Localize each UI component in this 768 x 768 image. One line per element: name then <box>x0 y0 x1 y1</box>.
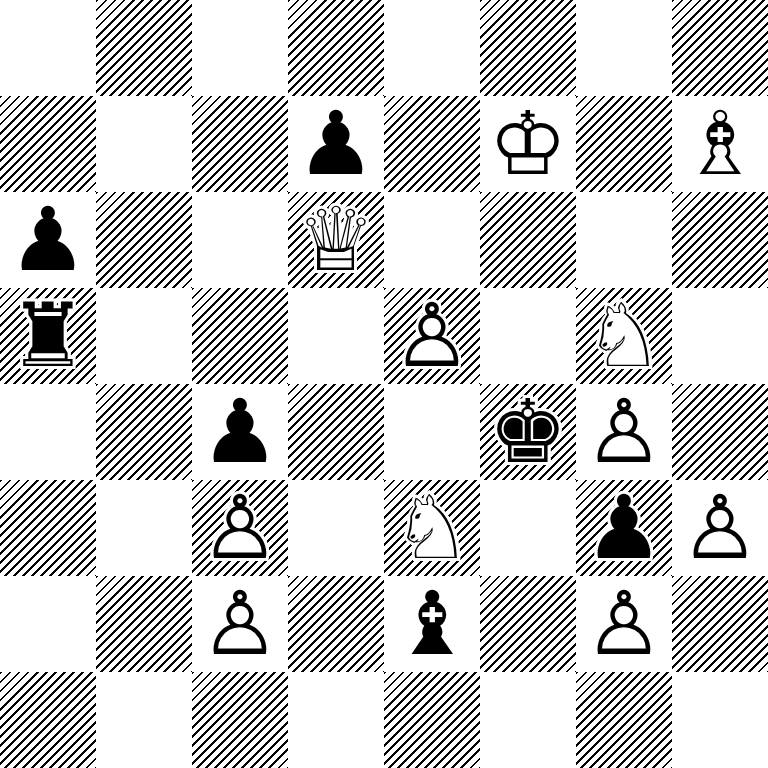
piece-white-king-f7[interactable]: ♚♔ <box>480 96 576 192</box>
black-king-icon: ♚ <box>480 384 576 480</box>
square-f2[interactable] <box>480 576 576 672</box>
piece-halo: ♝ <box>672 96 768 192</box>
piece-halo: ♟ <box>288 96 384 192</box>
square-a3[interactable] <box>0 480 96 576</box>
square-d4[interactable] <box>288 384 384 480</box>
piece-black-pawn-g3[interactable]: ♟♟ <box>576 480 672 576</box>
square-e4[interactable] <box>384 384 480 480</box>
square-h2[interactable] <box>672 576 768 672</box>
piece-halo: ♟ <box>576 576 672 672</box>
piece-white-knight-e3[interactable]: ♞♘ <box>384 480 480 576</box>
white-king-icon: ♔ <box>480 96 576 192</box>
square-f8[interactable] <box>480 0 576 96</box>
square-c3[interactable]: ♟♙ <box>192 480 288 576</box>
piece-halo: ♜ <box>0 288 96 384</box>
piece-white-bishop-h7[interactable]: ♝♗ <box>672 96 768 192</box>
square-h5[interactable] <box>672 288 768 384</box>
piece-halo: ♝ <box>384 576 480 672</box>
piece-black-pawn-a6[interactable]: ♟♟ <box>0 192 96 288</box>
square-d5[interactable] <box>288 288 384 384</box>
square-g8[interactable] <box>576 0 672 96</box>
white-pawn-icon: ♙ <box>576 576 672 672</box>
black-pawn-icon: ♟ <box>576 480 672 576</box>
square-h4[interactable] <box>672 384 768 480</box>
black-pawn-icon: ♟ <box>288 96 384 192</box>
white-pawn-icon: ♙ <box>576 384 672 480</box>
piece-halo: ♚ <box>480 96 576 192</box>
square-g1[interactable] <box>576 672 672 768</box>
piece-halo: ♛ <box>288 192 384 288</box>
piece-halo: ♟ <box>672 480 768 576</box>
square-a4[interactable] <box>0 384 96 480</box>
square-h8[interactable] <box>672 0 768 96</box>
square-e6[interactable] <box>384 192 480 288</box>
white-pawn-icon: ♙ <box>192 480 288 576</box>
white-bishop-icon: ♗ <box>672 96 768 192</box>
piece-halo: ♟ <box>384 288 480 384</box>
square-g5[interactable]: ♞♘ <box>576 288 672 384</box>
square-g4[interactable]: ♟♙ <box>576 384 672 480</box>
square-e2[interactable]: ♝♝ <box>384 576 480 672</box>
piece-halo: ♟ <box>192 480 288 576</box>
square-g2[interactable]: ♟♙ <box>576 576 672 672</box>
square-c5[interactable] <box>192 288 288 384</box>
square-f5[interactable] <box>480 288 576 384</box>
white-knight-icon: ♘ <box>576 288 672 384</box>
piece-white-pawn-h3[interactable]: ♟♙ <box>672 480 768 576</box>
chess-diagram: ♟♟♚♔♝♗♟♟♛♕♜♜♟♙♞♘♟♟♚♚♟♙♟♙♞♘♟♟♟♙♟♙♝♝♟♙ <box>0 0 768 768</box>
white-queen-icon: ♕ <box>288 192 384 288</box>
square-h3[interactable]: ♟♙ <box>672 480 768 576</box>
white-pawn-icon: ♙ <box>384 288 480 384</box>
piece-black-pawn-d7[interactable]: ♟♟ <box>288 96 384 192</box>
piece-white-pawn-c2[interactable]: ♟♙ <box>192 576 288 672</box>
square-d6[interactable]: ♛♕ <box>288 192 384 288</box>
square-f4[interactable]: ♚♚ <box>480 384 576 480</box>
square-h6[interactable] <box>672 192 768 288</box>
piece-black-rook-a5[interactable]: ♜♜ <box>0 288 96 384</box>
white-knight-icon: ♘ <box>384 480 480 576</box>
piece-halo: ♟ <box>192 576 288 672</box>
piece-white-queen-d6[interactable]: ♛♕ <box>288 192 384 288</box>
square-e1[interactable] <box>384 672 480 768</box>
square-f3[interactable] <box>480 480 576 576</box>
piece-halo: ♟ <box>576 480 672 576</box>
square-b4[interactable] <box>96 384 192 480</box>
square-b7[interactable] <box>96 96 192 192</box>
piece-black-pawn-c4[interactable]: ♟♟ <box>192 384 288 480</box>
square-f1[interactable] <box>480 672 576 768</box>
piece-black-king-f4[interactable]: ♚♚ <box>480 384 576 480</box>
square-e5[interactable]: ♟♙ <box>384 288 480 384</box>
piece-white-pawn-g2[interactable]: ♟♙ <box>576 576 672 672</box>
piece-black-bishop-e2[interactable]: ♝♝ <box>384 576 480 672</box>
piece-halo: ♟ <box>576 384 672 480</box>
piece-white-pawn-c3[interactable]: ♟♙ <box>192 480 288 576</box>
black-pawn-icon: ♟ <box>0 192 96 288</box>
square-d1[interactable] <box>288 672 384 768</box>
square-c6[interactable] <box>192 192 288 288</box>
square-c7[interactable] <box>192 96 288 192</box>
white-pawn-icon: ♙ <box>192 576 288 672</box>
piece-white-pawn-g4[interactable]: ♟♙ <box>576 384 672 480</box>
square-d3[interactable] <box>288 480 384 576</box>
square-d8[interactable] <box>288 0 384 96</box>
square-c1[interactable] <box>192 672 288 768</box>
square-b3[interactable] <box>96 480 192 576</box>
piece-halo: ♟ <box>192 384 288 480</box>
square-f7[interactable]: ♚♔ <box>480 96 576 192</box>
square-c4[interactable]: ♟♟ <box>192 384 288 480</box>
square-e8[interactable] <box>384 0 480 96</box>
square-g7[interactable] <box>576 96 672 192</box>
square-h1[interactable] <box>672 672 768 768</box>
square-e3[interactable]: ♞♘ <box>384 480 480 576</box>
square-c2[interactable]: ♟♙ <box>192 576 288 672</box>
square-a2[interactable] <box>0 576 96 672</box>
square-b8[interactable] <box>96 0 192 96</box>
piece-halo: ♚ <box>480 384 576 480</box>
square-b5[interactable] <box>96 288 192 384</box>
square-a5[interactable]: ♜♜ <box>0 288 96 384</box>
square-f6[interactable] <box>480 192 576 288</box>
piece-white-knight-g5[interactable]: ♞♘ <box>576 288 672 384</box>
square-d2[interactable] <box>288 576 384 672</box>
square-d7[interactable]: ♟♟ <box>288 96 384 192</box>
piece-halo: ♞ <box>576 288 672 384</box>
white-pawn-icon: ♙ <box>672 480 768 576</box>
square-a8[interactable] <box>0 0 96 96</box>
square-a7[interactable] <box>0 96 96 192</box>
black-rook-icon: ♜ <box>0 288 96 384</box>
square-b1[interactable] <box>96 672 192 768</box>
square-h7[interactable]: ♝♗ <box>672 96 768 192</box>
square-a6[interactable]: ♟♟ <box>0 192 96 288</box>
square-b2[interactable] <box>96 576 192 672</box>
piece-halo: ♞ <box>384 480 480 576</box>
square-g6[interactable] <box>576 192 672 288</box>
chess-board: ♟♟♚♔♝♗♟♟♛♕♜♜♟♙♞♘♟♟♚♚♟♙♟♙♞♘♟♟♟♙♟♙♝♝♟♙ <box>0 0 768 768</box>
square-c8[interactable] <box>192 0 288 96</box>
piece-halo: ♟ <box>0 192 96 288</box>
black-pawn-icon: ♟ <box>192 384 288 480</box>
square-a1[interactable] <box>0 672 96 768</box>
square-e7[interactable] <box>384 96 480 192</box>
square-g3[interactable]: ♟♟ <box>576 480 672 576</box>
square-b6[interactable] <box>96 192 192 288</box>
piece-white-pawn-e5[interactable]: ♟♙ <box>384 288 480 384</box>
black-bishop-icon: ♝ <box>384 576 480 672</box>
